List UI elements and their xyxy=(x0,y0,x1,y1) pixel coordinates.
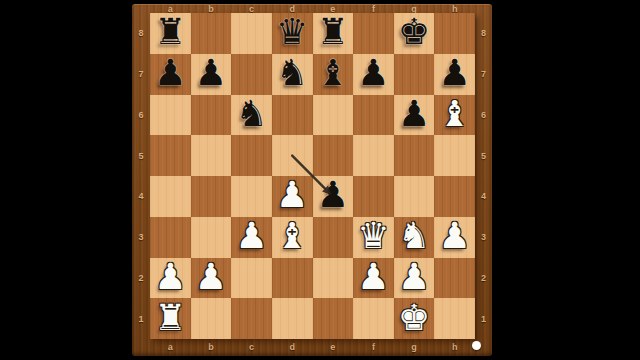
rank-label-6: 6 xyxy=(132,95,150,136)
piece-white-pawn[interactable]: ♟ xyxy=(357,259,389,295)
chess-app-screen: abcdefgh abcdefgh 87654321 87654321 ♜♛♜♚… xyxy=(0,0,640,360)
square-f1[interactable] xyxy=(353,298,394,339)
square-g1[interactable]: ♚ xyxy=(394,298,435,339)
square-f2[interactable]: ♟ xyxy=(353,258,394,299)
square-h5[interactable] xyxy=(434,135,475,176)
square-c1[interactable] xyxy=(231,298,272,339)
rank-labels-left: 87654321 xyxy=(132,13,150,339)
square-d4[interactable]: ♟ xyxy=(272,176,313,217)
piece-white-knight[interactable]: ♞ xyxy=(398,218,430,254)
square-a2[interactable]: ♟ xyxy=(150,258,191,299)
square-b1[interactable] xyxy=(191,298,232,339)
rank-label-5: 5 xyxy=(475,135,492,176)
square-a8[interactable]: ♜ xyxy=(150,13,191,54)
file-label-h: h xyxy=(434,4,475,13)
file-label-f: f xyxy=(353,341,394,354)
side-to-move-indicator xyxy=(472,341,481,350)
square-a1[interactable]: ♜ xyxy=(150,298,191,339)
square-g4[interactable] xyxy=(394,176,435,217)
rank-label-7: 7 xyxy=(132,54,150,95)
piece-black-rook[interactable]: ♜ xyxy=(154,14,186,50)
file-label-c: c xyxy=(231,341,272,354)
piece-black-pawn[interactable]: ♟ xyxy=(398,96,430,132)
rank-label-2: 2 xyxy=(475,258,492,299)
piece-white-pawn[interactable]: ♟ xyxy=(235,218,267,254)
file-label-b: b xyxy=(191,341,232,354)
square-c6[interactable]: ♞ xyxy=(231,95,272,136)
file-label-d: d xyxy=(272,341,313,354)
file-label-e: e xyxy=(313,341,354,354)
square-h1[interactable] xyxy=(434,298,475,339)
file-label-c: c xyxy=(231,4,272,13)
rank-label-1: 1 xyxy=(475,298,492,339)
square-b7[interactable]: ♟ xyxy=(191,54,232,95)
piece-black-pawn[interactable]: ♟ xyxy=(357,55,389,91)
piece-black-pawn[interactable]: ♟ xyxy=(317,177,349,213)
square-h6[interactable]: ♝ xyxy=(434,95,475,136)
square-e8[interactable]: ♜ xyxy=(313,13,354,54)
rank-label-8: 8 xyxy=(475,13,492,54)
file-labels-bottom: abcdefgh xyxy=(150,341,475,354)
piece-white-pawn[interactable]: ♟ xyxy=(276,177,308,213)
square-e2[interactable] xyxy=(313,258,354,299)
file-label-g: g xyxy=(394,341,435,354)
piece-black-knight[interactable]: ♞ xyxy=(276,55,308,91)
piece-black-knight[interactable]: ♞ xyxy=(235,96,267,132)
piece-white-king[interactable]: ♚ xyxy=(398,300,430,336)
square-d2[interactable] xyxy=(272,258,313,299)
piece-white-rook[interactable]: ♜ xyxy=(154,300,186,336)
piece-white-pawn[interactable]: ♟ xyxy=(439,218,471,254)
square-c5[interactable] xyxy=(231,135,272,176)
square-b3[interactable] xyxy=(191,217,232,258)
square-h7[interactable]: ♟ xyxy=(434,54,475,95)
square-b5[interactable] xyxy=(191,135,232,176)
square-e5[interactable] xyxy=(313,135,354,176)
file-label-f: f xyxy=(353,4,394,13)
square-f8[interactable] xyxy=(353,13,394,54)
rank-label-3: 3 xyxy=(475,217,492,258)
rank-label-4: 4 xyxy=(475,176,492,217)
square-b6[interactable] xyxy=(191,95,232,136)
rank-label-8: 8 xyxy=(132,13,150,54)
piece-black-queen[interactable]: ♛ xyxy=(276,14,308,50)
rank-label-1: 1 xyxy=(132,298,150,339)
piece-white-pawn[interactable]: ♟ xyxy=(195,259,227,295)
square-f5[interactable] xyxy=(353,135,394,176)
square-e6[interactable] xyxy=(313,95,354,136)
file-label-b: b xyxy=(191,4,232,13)
square-e4[interactable]: ♟ xyxy=(313,176,354,217)
board-squares: ♜♛♜♚♟♟♞♝♟♟♞♟♝♟♟♟♝♛♞♟♟♟♟♟♜♚ xyxy=(150,13,475,339)
square-h4[interactable] xyxy=(434,176,475,217)
square-g5[interactable] xyxy=(394,135,435,176)
square-b8[interactable] xyxy=(191,13,232,54)
square-a3[interactable] xyxy=(150,217,191,258)
rank-label-7: 7 xyxy=(475,54,492,95)
piece-white-bishop[interactable]: ♝ xyxy=(276,218,308,254)
square-d8[interactable]: ♛ xyxy=(272,13,313,54)
piece-white-bishop[interactable]: ♝ xyxy=(439,96,471,132)
square-b2[interactable]: ♟ xyxy=(191,258,232,299)
piece-white-pawn[interactable]: ♟ xyxy=(154,259,186,295)
board-frame: abcdefgh abcdefgh 87654321 87654321 ♜♛♜♚… xyxy=(132,4,492,356)
square-a6[interactable] xyxy=(150,95,191,136)
square-f6[interactable] xyxy=(353,95,394,136)
rank-label-4: 4 xyxy=(132,176,150,217)
square-g7[interactable] xyxy=(394,54,435,95)
square-h3[interactable]: ♟ xyxy=(434,217,475,258)
square-d5[interactable] xyxy=(272,135,313,176)
square-d6[interactable] xyxy=(272,95,313,136)
file-label-h: h xyxy=(434,341,475,354)
piece-black-bishop[interactable]: ♝ xyxy=(317,55,349,91)
square-f7[interactable]: ♟ xyxy=(353,54,394,95)
piece-black-pawn[interactable]: ♟ xyxy=(195,55,227,91)
square-f4[interactable] xyxy=(353,176,394,217)
square-b4[interactable] xyxy=(191,176,232,217)
square-a5[interactable] xyxy=(150,135,191,176)
piece-black-king[interactable]: ♚ xyxy=(398,14,430,50)
square-e7[interactable]: ♝ xyxy=(313,54,354,95)
piece-white-queen[interactable]: ♛ xyxy=(357,218,389,254)
piece-black-pawn[interactable]: ♟ xyxy=(439,55,471,91)
square-g2[interactable]: ♟ xyxy=(394,258,435,299)
file-label-a: a xyxy=(150,341,191,354)
piece-black-rook[interactable]: ♜ xyxy=(317,14,349,50)
rank-label-2: 2 xyxy=(132,258,150,299)
square-g6[interactable]: ♟ xyxy=(394,95,435,136)
square-d3[interactable]: ♝ xyxy=(272,217,313,258)
square-h8[interactable] xyxy=(434,13,475,54)
square-e1[interactable] xyxy=(313,298,354,339)
piece-black-pawn[interactable]: ♟ xyxy=(154,55,186,91)
rank-labels-right: 87654321 xyxy=(475,13,492,339)
square-d1[interactable] xyxy=(272,298,313,339)
square-d7[interactable]: ♞ xyxy=(272,54,313,95)
square-c7[interactable] xyxy=(231,54,272,95)
rank-label-6: 6 xyxy=(475,95,492,136)
rank-label-5: 5 xyxy=(132,135,150,176)
square-c2[interactable] xyxy=(231,258,272,299)
square-h2[interactable] xyxy=(434,258,475,299)
square-f3[interactable]: ♛ xyxy=(353,217,394,258)
square-c4[interactable] xyxy=(231,176,272,217)
piece-white-pawn[interactable]: ♟ xyxy=(398,259,430,295)
square-a7[interactable]: ♟ xyxy=(150,54,191,95)
square-g8[interactable]: ♚ xyxy=(394,13,435,54)
rank-label-3: 3 xyxy=(132,217,150,258)
square-g3[interactable]: ♞ xyxy=(394,217,435,258)
square-c3[interactable]: ♟ xyxy=(231,217,272,258)
square-a4[interactable] xyxy=(150,176,191,217)
square-e3[interactable] xyxy=(313,217,354,258)
square-c8[interactable] xyxy=(231,13,272,54)
